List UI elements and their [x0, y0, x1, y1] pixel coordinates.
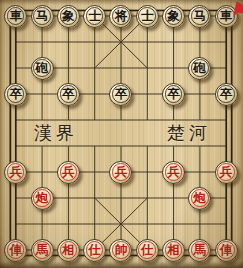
piece-character: 相	[165, 241, 183, 259]
piece-black-soldier[interactable]: 卒	[215, 83, 238, 106]
pieces-layer: 車马象士将士象马車砲砲卒卒卒卒卒兵兵兵兵兵炮炮俥馬相仕帥仕相馬俥	[3, 3, 240, 263]
piece-black-soldier[interactable]: 卒	[109, 83, 132, 106]
piece-red-elephant[interactable]: 相	[162, 239, 185, 262]
piece-black-chariot[interactable]: 車	[4, 5, 27, 28]
piece-character: 马	[191, 7, 209, 25]
piece-character: 帥	[112, 241, 130, 259]
piece-character: 砲	[33, 59, 51, 77]
piece-character: 卒	[7, 85, 25, 103]
piece-black-soldier[interactable]: 卒	[162, 83, 185, 106]
piece-character: 将	[112, 7, 130, 25]
piece-black-cannon[interactable]: 砲	[31, 57, 54, 80]
piece-red-soldier[interactable]: 兵	[57, 161, 80, 184]
piece-black-horse[interactable]: 马	[31, 5, 54, 28]
piece-red-elephant[interactable]: 相	[57, 239, 80, 262]
piece-character: 卒	[112, 85, 130, 103]
xiangqi-board: 漢界 楚河 車马象士将士象马車砲砲卒卒卒卒卒兵兵兵兵兵炮炮俥馬相仕帥仕相馬俥	[0, 0, 243, 268]
piece-character: 士	[86, 7, 104, 25]
piece-red-cannon[interactable]: 炮	[188, 187, 211, 210]
piece-character: 相	[60, 241, 78, 259]
piece-character: 兵	[7, 163, 25, 181]
piece-character: 卒	[60, 85, 78, 103]
piece-black-general[interactable]: 将	[109, 5, 132, 28]
piece-red-soldier[interactable]: 兵	[162, 161, 185, 184]
piece-character: 炮	[33, 189, 51, 207]
piece-black-soldier[interactable]: 卒	[57, 83, 80, 106]
piece-red-horse[interactable]: 馬	[188, 239, 211, 262]
piece-character: 兵	[60, 163, 78, 181]
piece-red-general[interactable]: 帥	[109, 239, 132, 262]
piece-character: 砲	[191, 59, 209, 77]
piece-character: 卒	[217, 85, 235, 103]
piece-character: 兵	[165, 163, 183, 181]
piece-character: 馬	[33, 241, 51, 259]
piece-black-advisor[interactable]: 士	[136, 5, 159, 28]
piece-red-chariot[interactable]: 俥	[215, 239, 238, 262]
piece-character: 仕	[86, 241, 104, 259]
piece-character: 炮	[191, 189, 209, 207]
piece-black-elephant[interactable]: 象	[57, 5, 80, 28]
piece-black-chariot[interactable]: 車	[215, 5, 238, 28]
piece-black-elephant[interactable]: 象	[162, 5, 185, 28]
piece-black-soldier[interactable]: 卒	[4, 83, 27, 106]
piece-character: 象	[60, 7, 78, 25]
piece-character: 士	[138, 7, 156, 25]
piece-character: 仕	[138, 241, 156, 259]
piece-red-soldier[interactable]: 兵	[109, 161, 132, 184]
piece-red-horse[interactable]: 馬	[31, 239, 54, 262]
piece-red-cannon[interactable]: 炮	[31, 187, 54, 210]
piece-black-horse[interactable]: 马	[188, 5, 211, 28]
piece-character: 俥	[7, 241, 25, 259]
piece-red-advisor[interactable]: 仕	[83, 239, 106, 262]
piece-character: 俥	[217, 241, 235, 259]
piece-character: 卒	[165, 85, 183, 103]
piece-character: 馬	[191, 241, 209, 259]
piece-character: 马	[33, 7, 51, 25]
piece-character: 車	[217, 7, 235, 25]
piece-red-soldier[interactable]: 兵	[215, 161, 238, 184]
piece-red-soldier[interactable]: 兵	[4, 161, 27, 184]
piece-character: 象	[165, 7, 183, 25]
piece-black-advisor[interactable]: 士	[83, 5, 106, 28]
piece-red-advisor[interactable]: 仕	[136, 239, 159, 262]
piece-character: 兵	[112, 163, 130, 181]
piece-red-chariot[interactable]: 俥	[4, 239, 27, 262]
piece-character: 兵	[217, 163, 235, 181]
piece-black-cannon[interactable]: 砲	[188, 57, 211, 80]
piece-character: 車	[7, 7, 25, 25]
